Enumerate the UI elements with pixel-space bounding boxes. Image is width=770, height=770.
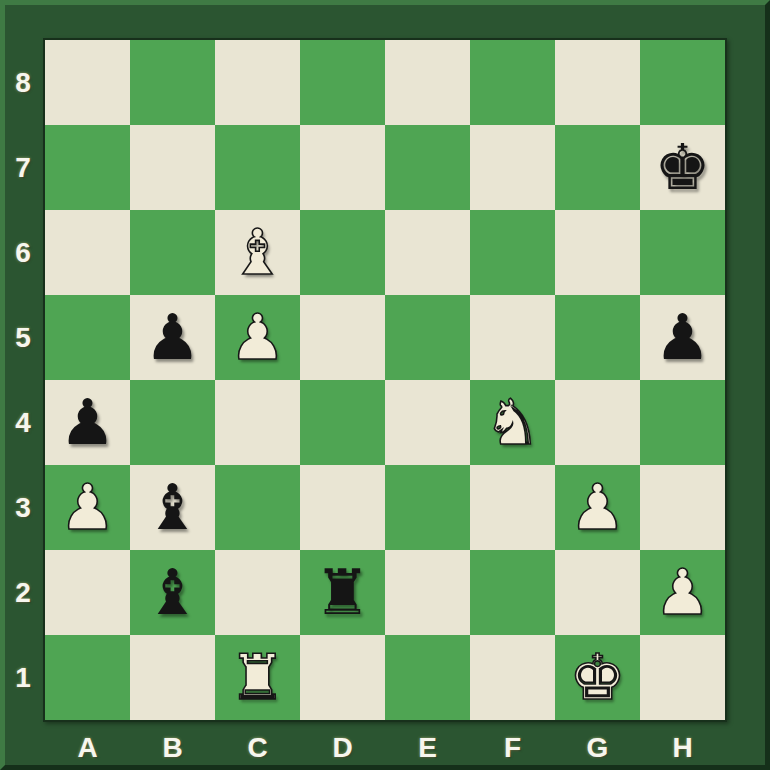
square-g6[interactable] (555, 210, 640, 295)
square-e6[interactable] (385, 210, 470, 295)
file-label-e: E (385, 727, 470, 769)
square-d7[interactable] (300, 125, 385, 210)
square-g2[interactable] (555, 550, 640, 635)
square-h2[interactable]: ♟ (640, 550, 725, 635)
square-e7[interactable] (385, 125, 470, 210)
square-f3[interactable] (470, 465, 555, 550)
square-e2[interactable] (385, 550, 470, 635)
square-h1[interactable] (640, 635, 725, 720)
piece-black-pawn-b5[interactable]: ♟ (130, 295, 215, 380)
file-label-a: A (45, 727, 130, 769)
square-g4[interactable] (555, 380, 640, 465)
square-b5[interactable]: ♟ (130, 295, 215, 380)
square-b4[interactable] (130, 380, 215, 465)
square-e8[interactable] (385, 40, 470, 125)
square-e4[interactable] (385, 380, 470, 465)
rank-label-5: 5 (5, 295, 41, 380)
square-b7[interactable] (130, 125, 215, 210)
square-g7[interactable] (555, 125, 640, 210)
square-a6[interactable] (45, 210, 130, 295)
piece-white-knight-f4[interactable]: ♞ (470, 380, 555, 465)
square-h3[interactable] (640, 465, 725, 550)
square-a2[interactable] (45, 550, 130, 635)
square-b3[interactable]: ♝ (130, 465, 215, 550)
piece-white-pawn-g3[interactable]: ♟ (555, 465, 640, 550)
square-g8[interactable] (555, 40, 640, 125)
rank-label-1: 1 (5, 635, 41, 720)
file-label-f: F (470, 727, 555, 769)
square-d2[interactable]: ♜ (300, 550, 385, 635)
square-g1[interactable]: ♚ (555, 635, 640, 720)
square-d4[interactable] (300, 380, 385, 465)
file-label-d: D (300, 727, 385, 769)
file-label-g: G (555, 727, 640, 769)
square-d1[interactable] (300, 635, 385, 720)
square-f7[interactable] (470, 125, 555, 210)
square-h5[interactable]: ♟ (640, 295, 725, 380)
square-f2[interactable] (470, 550, 555, 635)
square-a1[interactable] (45, 635, 130, 720)
rank-label-2: 2 (5, 550, 41, 635)
square-a8[interactable] (45, 40, 130, 125)
square-c5[interactable]: ♟ (215, 295, 300, 380)
square-c7[interactable] (215, 125, 300, 210)
square-c1[interactable]: ♜ (215, 635, 300, 720)
piece-white-king-g1[interactable]: ♚ (555, 635, 640, 720)
piece-black-pawn-a4[interactable]: ♟ (45, 380, 130, 465)
chessboard-frame: ♚♝♟♟♟♟♞♟♝♟♝♜♟♜♚ 87654321ABCDEFGH (0, 0, 770, 770)
piece-black-pawn-h5[interactable]: ♟ (640, 295, 725, 380)
square-e3[interactable] (385, 465, 470, 550)
square-f5[interactable] (470, 295, 555, 380)
square-h8[interactable] (640, 40, 725, 125)
piece-white-pawn-a3[interactable]: ♟ (45, 465, 130, 550)
square-b2[interactable]: ♝ (130, 550, 215, 635)
file-label-c: C (215, 727, 300, 769)
piece-white-bishop-c6[interactable]: ♝ (215, 210, 300, 295)
rank-label-4: 4 (5, 380, 41, 465)
square-h4[interactable] (640, 380, 725, 465)
square-b8[interactable] (130, 40, 215, 125)
piece-white-rook-c1[interactable]: ♜ (215, 635, 300, 720)
square-f8[interactable] (470, 40, 555, 125)
rank-label-6: 6 (5, 210, 41, 295)
square-a7[interactable] (45, 125, 130, 210)
file-label-b: B (130, 727, 215, 769)
square-h7[interactable]: ♚ (640, 125, 725, 210)
square-g3[interactable]: ♟ (555, 465, 640, 550)
square-e5[interactable] (385, 295, 470, 380)
square-f1[interactable] (470, 635, 555, 720)
square-c4[interactable] (215, 380, 300, 465)
square-b6[interactable] (130, 210, 215, 295)
file-label-h: H (640, 727, 725, 769)
chessboard: ♚♝♟♟♟♟♞♟♝♟♝♜♟♜♚ (43, 38, 727, 722)
rank-label-8: 8 (5, 40, 41, 125)
square-e1[interactable] (385, 635, 470, 720)
piece-black-bishop-b3[interactable]: ♝ (130, 465, 215, 550)
rank-label-7: 7 (5, 125, 41, 210)
square-c3[interactable] (215, 465, 300, 550)
square-a3[interactable]: ♟ (45, 465, 130, 550)
square-d6[interactable] (300, 210, 385, 295)
square-c6[interactable]: ♝ (215, 210, 300, 295)
square-b1[interactable] (130, 635, 215, 720)
square-a5[interactable] (45, 295, 130, 380)
square-c8[interactable] (215, 40, 300, 125)
square-a4[interactable]: ♟ (45, 380, 130, 465)
square-d3[interactable] (300, 465, 385, 550)
square-h6[interactable] (640, 210, 725, 295)
square-f4[interactable]: ♞ (470, 380, 555, 465)
piece-white-pawn-h2[interactable]: ♟ (640, 550, 725, 635)
square-c2[interactable] (215, 550, 300, 635)
square-f6[interactable] (470, 210, 555, 295)
piece-black-bishop-b2[interactable]: ♝ (130, 550, 215, 635)
rank-label-3: 3 (5, 465, 41, 550)
square-g5[interactable] (555, 295, 640, 380)
piece-black-rook-d2[interactable]: ♜ (300, 550, 385, 635)
square-d8[interactable] (300, 40, 385, 125)
piece-white-pawn-c5[interactable]: ♟ (215, 295, 300, 380)
piece-black-king-h7[interactable]: ♚ (640, 125, 725, 210)
square-d5[interactable] (300, 295, 385, 380)
